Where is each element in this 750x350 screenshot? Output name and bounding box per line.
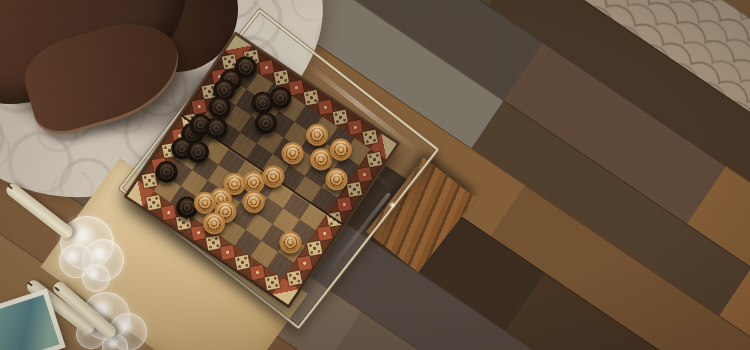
room-scene: ⛂⛂⛂⛂⛂⛂⛂⛂⛂⛂⛂⛂⛂⛂⛀⛀⛀⛀⛀⛀⛀⛀⛀⛀⛀⛀⛀⛀ <box>0 0 750 350</box>
border-tile-red <box>297 256 312 271</box>
postcard-photo <box>0 295 60 350</box>
checker-light[interactable]: ⛀ <box>277 138 308 169</box>
border-tile-cream <box>235 255 250 270</box>
border-tile-cream <box>303 90 318 105</box>
border-tile-cream <box>367 152 382 167</box>
border-tile-red <box>337 196 352 211</box>
checker-light[interactable]: ⛀ <box>238 187 269 218</box>
border-tile-red <box>317 226 332 241</box>
border-tile-cream <box>287 271 302 286</box>
border-tile-red <box>250 265 265 280</box>
checker-dark[interactable]: ⛂ <box>250 108 281 139</box>
border-tile-red <box>259 60 274 75</box>
border-tile-cream <box>205 235 220 250</box>
border-tile-cream <box>307 241 322 256</box>
border-tile-cream <box>327 211 342 226</box>
glass-candlestick-base <box>82 264 110 292</box>
border-tile-cream <box>363 130 378 145</box>
border-tile-cream <box>347 182 362 197</box>
border-tile-cream <box>333 110 348 125</box>
border-tile-red <box>357 167 372 182</box>
border-tile-cream <box>146 195 161 210</box>
border-tile-cream <box>265 275 280 290</box>
border-tile-red <box>220 245 235 260</box>
border-tile-red <box>348 120 363 135</box>
border-tile-red <box>318 100 333 115</box>
